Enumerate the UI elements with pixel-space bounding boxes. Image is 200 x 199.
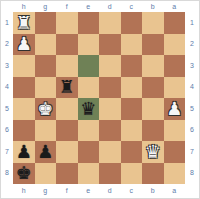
rank-label-5: 5 bbox=[185, 105, 199, 113]
square-d4[interactable] bbox=[99, 77, 121, 99]
rank-label-4: 4 bbox=[185, 83, 199, 91]
square-b7[interactable]: ♛ bbox=[142, 141, 164, 163]
square-d1[interactable] bbox=[99, 12, 121, 34]
square-f5[interactable] bbox=[56, 98, 78, 120]
square-h6[interactable] bbox=[13, 120, 35, 142]
square-d3[interactable] bbox=[99, 55, 121, 77]
square-g5[interactable]: ♚ bbox=[35, 98, 57, 120]
rank-label-7: 7 bbox=[185, 148, 199, 156]
file-label-f: f bbox=[56, 187, 78, 195]
piece-white-pawn-h2[interactable]: ♟ bbox=[13, 34, 35, 56]
square-g4[interactable] bbox=[35, 77, 57, 99]
rank-label-5: 5 bbox=[1, 105, 13, 113]
file-label-e: e bbox=[78, 187, 100, 195]
square-b2[interactable] bbox=[142, 34, 164, 56]
square-a2[interactable] bbox=[164, 34, 186, 56]
square-c2[interactable] bbox=[121, 34, 143, 56]
square-d7[interactable] bbox=[99, 141, 121, 163]
chess-board-widget: hgfedcba 12345678 ♜♟♜♚♛♟♟♟♛♚ 12345678 hg… bbox=[0, 0, 200, 199]
square-g1[interactable] bbox=[35, 12, 57, 34]
file-label-g: g bbox=[35, 187, 57, 195]
square-e8[interactable] bbox=[78, 163, 100, 185]
rank-labels-left: 12345678 bbox=[1, 12, 13, 184]
square-b3[interactable] bbox=[142, 55, 164, 77]
file-label-h: h bbox=[13, 187, 35, 195]
piece-black-rook-f4[interactable]: ♜ bbox=[56, 77, 78, 99]
rank-label-3: 3 bbox=[185, 62, 199, 70]
rank-label-4: 4 bbox=[1, 83, 13, 91]
rank-label-3: 3 bbox=[1, 62, 13, 70]
square-c6[interactable] bbox=[121, 120, 143, 142]
file-label-e: e bbox=[78, 3, 100, 11]
square-h8[interactable]: ♚ bbox=[13, 163, 35, 185]
rank-labels-right: 12345678 bbox=[185, 12, 199, 184]
square-c8[interactable] bbox=[121, 163, 143, 185]
square-f6[interactable] bbox=[56, 120, 78, 142]
square-h7[interactable]: ♟ bbox=[13, 141, 35, 163]
square-c1[interactable] bbox=[121, 12, 143, 34]
square-h1[interactable]: ♜ bbox=[13, 12, 35, 34]
square-b8[interactable] bbox=[142, 163, 164, 185]
piece-black-king-h8[interactable]: ♚ bbox=[13, 163, 35, 185]
square-g8[interactable] bbox=[35, 163, 57, 185]
square-e4[interactable] bbox=[78, 77, 100, 99]
square-e7[interactable] bbox=[78, 141, 100, 163]
square-b5[interactable] bbox=[142, 98, 164, 120]
square-g3[interactable] bbox=[35, 55, 57, 77]
rank-label-2: 2 bbox=[185, 40, 199, 48]
file-label-a: a bbox=[164, 3, 186, 11]
square-b1[interactable] bbox=[142, 12, 164, 34]
square-e1[interactable] bbox=[78, 12, 100, 34]
piece-white-pawn-a5[interactable]: ♟ bbox=[164, 98, 186, 120]
file-label-b: b bbox=[142, 3, 164, 11]
rank-label-1: 1 bbox=[185, 19, 199, 27]
square-d6[interactable] bbox=[99, 120, 121, 142]
square-e2[interactable] bbox=[78, 34, 100, 56]
square-f8[interactable] bbox=[56, 163, 78, 185]
piece-black-pawn-g7[interactable]: ♟ bbox=[35, 141, 57, 163]
square-c7[interactable] bbox=[121, 141, 143, 163]
chess-board: ♜♟♜♚♛♟♟♟♛♚ bbox=[13, 12, 185, 184]
square-e3[interactable] bbox=[78, 55, 100, 77]
square-h3[interactable] bbox=[13, 55, 35, 77]
file-label-c: c bbox=[121, 3, 143, 11]
square-c3[interactable] bbox=[121, 55, 143, 77]
square-a1[interactable] bbox=[164, 12, 186, 34]
square-b6[interactable] bbox=[142, 120, 164, 142]
square-f1[interactable] bbox=[56, 12, 78, 34]
square-f7[interactable] bbox=[56, 141, 78, 163]
file-label-d: d bbox=[99, 187, 121, 195]
file-labels-bottom: hgfedcba bbox=[13, 184, 185, 198]
rank-label-8: 8 bbox=[185, 169, 199, 177]
square-f2[interactable] bbox=[56, 34, 78, 56]
rank-label-1: 1 bbox=[1, 19, 13, 27]
square-g6[interactable] bbox=[35, 120, 57, 142]
square-h5[interactable] bbox=[13, 98, 35, 120]
file-label-c: c bbox=[121, 187, 143, 195]
square-e5[interactable]: ♛ bbox=[78, 98, 100, 120]
square-d5[interactable] bbox=[99, 98, 121, 120]
square-a7[interactable] bbox=[164, 141, 186, 163]
rank-label-8: 8 bbox=[1, 169, 13, 177]
square-b4[interactable] bbox=[142, 77, 164, 99]
file-label-h: h bbox=[13, 3, 35, 11]
square-c5[interactable] bbox=[121, 98, 143, 120]
piece-white-rook-h1[interactable]: ♜ bbox=[13, 12, 35, 34]
square-d8[interactable] bbox=[99, 163, 121, 185]
square-f4[interactable]: ♜ bbox=[56, 77, 78, 99]
piece-black-queen-e5[interactable]: ♛ bbox=[78, 98, 100, 120]
file-label-a: a bbox=[164, 187, 186, 195]
square-h2[interactable]: ♟ bbox=[13, 34, 35, 56]
piece-white-king-g5[interactable]: ♚ bbox=[35, 98, 57, 120]
square-d2[interactable] bbox=[99, 34, 121, 56]
square-f3[interactable] bbox=[56, 55, 78, 77]
piece-white-queen-b7[interactable]: ♛ bbox=[142, 141, 164, 163]
square-a4[interactable] bbox=[164, 77, 186, 99]
file-label-b: b bbox=[142, 187, 164, 195]
file-label-d: d bbox=[99, 3, 121, 11]
square-a6[interactable] bbox=[164, 120, 186, 142]
square-h4[interactable] bbox=[13, 77, 35, 99]
file-label-f: f bbox=[56, 3, 78, 11]
rank-label-6: 6 bbox=[185, 126, 199, 134]
file-labels-top: hgfedcba bbox=[13, 1, 185, 12]
square-e6[interactable] bbox=[78, 120, 100, 142]
file-label-g: g bbox=[35, 3, 57, 11]
piece-black-pawn-h7[interactable]: ♟ bbox=[13, 141, 35, 163]
rank-label-7: 7 bbox=[1, 148, 13, 156]
rank-label-2: 2 bbox=[1, 40, 13, 48]
square-g7[interactable]: ♟ bbox=[35, 141, 57, 163]
square-c4[interactable] bbox=[121, 77, 143, 99]
square-a3[interactable] bbox=[164, 55, 186, 77]
square-a8[interactable] bbox=[164, 163, 186, 185]
square-a5[interactable]: ♟ bbox=[164, 98, 186, 120]
rank-label-6: 6 bbox=[1, 126, 13, 134]
square-g2[interactable] bbox=[35, 34, 57, 56]
